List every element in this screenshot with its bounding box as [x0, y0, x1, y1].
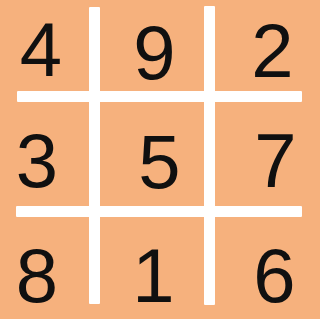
cell-value-r3c3: 6	[253, 238, 295, 314]
cell-r2c1: 3	[0, 96, 94, 211]
cell-r2c3: 7	[209, 96, 320, 211]
cell-r1c3: 2	[209, 0, 320, 96]
cell-value-r1c3: 2	[251, 13, 293, 89]
cell-grid: 4 9 2 3 5 7 8 1 6	[0, 0, 320, 319]
cell-value-r2c3: 7	[254, 123, 296, 199]
cell-value-r2c2: 5	[138, 124, 180, 200]
cell-value-r3c2: 1	[132, 238, 174, 314]
cell-r1c1: 4	[0, 0, 94, 96]
cell-value-r1c2: 9	[133, 15, 175, 91]
cell-value-r2c1: 3	[16, 123, 58, 199]
cell-r2c2: 5	[94, 96, 209, 211]
magic-square-board: 4 9 2 3 5 7 8 1 6	[0, 0, 320, 319]
cell-r3c3: 6	[209, 211, 320, 319]
cell-r3c2: 1	[94, 211, 209, 319]
cell-r1c2: 9	[94, 0, 209, 96]
cell-r3c1: 8	[0, 211, 94, 319]
cell-value-r1c1: 4	[20, 12, 62, 88]
cell-value-r3c1: 8	[16, 238, 58, 314]
